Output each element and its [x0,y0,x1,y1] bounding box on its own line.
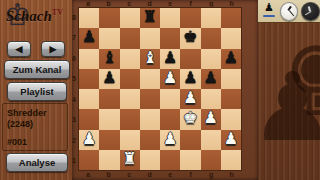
black-clock-minute-hand [305,11,312,15]
wood-piece-silhouettes: ♟ ♚ [258,20,320,180]
square-a7[interactable]: ♟ [79,28,99,48]
black-bishop: ♝ [102,48,116,68]
coord-label-c: c [119,171,140,178]
white-pawn: ♟ [82,129,96,149]
square-a8[interactable] [79,8,99,28]
square-b8[interactable] [99,8,119,28]
white-pawn: ♟ [163,68,177,88]
square-g5[interactable]: ♟ [201,69,221,89]
coord-label-d: d [140,171,161,178]
white-king: ♚ [183,108,197,128]
square-e4[interactable] [160,89,180,109]
square-c3[interactable] [120,109,140,129]
square-f4[interactable]: ♟ [180,89,200,109]
coord-label-a: a [78,171,99,178]
app-window: ♔ SchachTV ◀ ▶ Zum Kanal Playlist Shredd… [0,0,320,180]
black-pawn: ♟ [183,68,197,88]
coord-label-f: f [181,0,202,7]
square-g7[interactable] [201,28,221,48]
king-silhouette-icon: ♚ [280,14,320,134]
square-e1[interactable] [160,150,180,170]
coord-label-e: e [160,171,181,178]
coord-label-g: g [201,0,222,7]
square-h4[interactable] [221,89,241,109]
square-c4[interactable] [120,89,140,109]
white-pawn: ♟ [183,88,197,108]
white-clock-minute-hand [289,10,294,16]
square-g6[interactable] [201,49,221,69]
right-arrow-icon: ▶ [50,44,57,54]
coord-label-h: h [222,171,243,178]
white-rook: ♜ [122,149,136,169]
square-a2[interactable]: ♟ [79,130,99,150]
square-b6[interactable]: ♝ [99,49,119,69]
schachtv-logo: ♔ SchachTV [2,0,72,38]
square-d3[interactable] [140,109,160,129]
black-rook: ♜ [143,7,157,27]
playlist-button[interactable]: Playlist [7,82,67,101]
left-arrow-icon: ◀ [16,44,23,54]
square-d8[interactable]: ♜ [140,8,160,28]
square-f5[interactable]: ♟ [180,69,200,89]
square-h6[interactable]: ♟ [221,49,241,69]
analyse-button[interactable]: Analyse [6,153,68,172]
square-d1[interactable] [140,150,160,170]
coord-label-g: g [201,171,222,178]
square-c7[interactable] [120,28,140,48]
square-d4[interactable] [140,89,160,109]
square-h5[interactable] [221,69,241,89]
left-sidebar: ♔ SchachTV ◀ ▶ Zum Kanal Playlist Shredd… [0,0,72,180]
white-pawn: ♟ [224,129,238,149]
square-e2[interactable]: ♟ [160,130,180,150]
coord-label-e: e [160,0,181,7]
square-c2[interactable] [120,130,140,150]
black-clock-icon[interactable] [301,2,320,21]
square-d5[interactable] [140,69,160,89]
square-b4[interactable] [99,89,119,109]
square-a3[interactable] [79,109,99,129]
square-h8[interactable] [221,8,241,28]
logo-tv-sup: TV [52,8,63,17]
square-f7[interactable]: ♚ [180,28,200,48]
square-e5[interactable]: ♟ [160,69,180,89]
file-labels-bottom: abcdefgh [78,171,242,178]
square-g8[interactable] [201,8,221,28]
square-h7[interactable] [221,28,241,48]
board-grid: ♜♟♚♝♝♟♟♟♟♟♟♟♚♟♟♟♟♜ [78,7,242,171]
coord-label-c: c [119,0,140,7]
square-e3[interactable] [160,109,180,129]
square-a1[interactable] [79,150,99,170]
square-b2[interactable] [99,130,119,150]
engine-info-panel: Shredder (2248) #001 [2,103,68,151]
file-labels-top: abcdefgh [78,0,242,7]
black-pawn: ♟ [203,68,217,88]
square-c8[interactable] [120,8,140,28]
board-frame: abcdefgh abcdefgh 87654321 87654321 ♜♟♚♝… [72,0,258,180]
black-pawn: ♟ [102,68,116,88]
square-h1[interactable] [221,150,241,170]
coord-label-d: d [140,0,161,7]
coord-label-h: h [222,0,243,7]
square-b1[interactable] [99,150,119,170]
square-g1[interactable] [201,150,221,170]
engine-name: Shredder [7,108,67,119]
square-h3[interactable] [221,109,241,129]
right-panel: ♟ ♚ [258,0,320,180]
square-c5[interactable] [120,69,140,89]
square-b7[interactable] [99,28,119,48]
square-b3[interactable] [99,109,119,129]
square-d7[interactable] [140,28,160,48]
engine-icon-caption [263,15,275,17]
square-d2[interactable] [140,130,160,150]
white-clock-icon[interactable] [280,2,299,21]
square-e8[interactable] [160,8,180,28]
black-pawn: ♟ [82,27,96,47]
square-c1[interactable]: ♜ [120,150,140,170]
coord-label-a: a [78,0,99,7]
logo-text: SchachTV [6,8,72,25]
black-pawn: ♟ [163,48,177,68]
square-d6[interactable]: ♝ [140,49,160,69]
white-bishop: ♝ [143,48,157,68]
square-b5[interactable]: ♟ [99,69,119,89]
square-e7[interactable] [160,28,180,48]
black-pawn: ♟ [224,48,238,68]
square-a6[interactable] [79,49,99,69]
game-id: #001 [7,137,67,148]
prev-button[interactable]: ◀ [7,41,31,57]
square-c6[interactable] [120,49,140,69]
square-a5[interactable] [79,69,99,89]
coord-label-f: f [181,171,202,178]
coord-label-b: b [99,0,120,7]
square-a4[interactable] [79,89,99,109]
clock-strip: ♟ [258,0,320,23]
square-h2[interactable]: ♟ [221,130,241,150]
square-e6[interactable]: ♟ [160,49,180,69]
square-f1[interactable] [180,150,200,170]
square-f6[interactable] [180,49,200,69]
square-f2[interactable] [180,130,200,150]
black-piece-icon: ♟ [261,1,277,14]
next-button[interactable]: ▶ [41,41,65,57]
square-f3[interactable]: ♚ [180,109,200,129]
engine-piece-icon[interactable]: ♟ [261,1,277,21]
engine-rating: (2248) [7,119,67,130]
white-pawn: ♟ [163,129,177,149]
square-g3[interactable]: ♟ [201,109,221,129]
square-f8[interactable] [180,8,200,28]
square-g4[interactable] [201,89,221,109]
white-pawn: ♟ [203,108,217,128]
black-king: ♚ [183,27,197,47]
square-g2[interactable] [201,130,221,150]
coord-label-b: b [99,171,120,178]
zum-kanal-button[interactable]: Zum Kanal [4,60,70,79]
